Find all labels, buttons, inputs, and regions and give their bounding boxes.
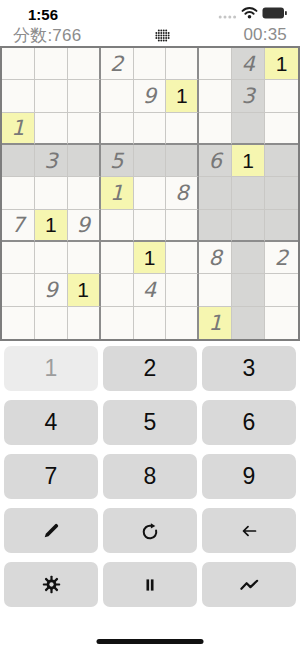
key-6[interactable]: 6 (202, 400, 296, 445)
user-digit: 1 (276, 52, 288, 76)
trend-icon (239, 578, 260, 592)
cell-r6c6[interactable] (166, 210, 199, 242)
key-label: 6 (243, 409, 256, 436)
given-digit: 1 (110, 181, 123, 205)
cell-r8c8[interactable] (232, 274, 265, 306)
cell-r5c7[interactable] (199, 177, 232, 209)
given-digit: 8 (175, 181, 188, 205)
cell-r1c4[interactable]: 2 (101, 48, 134, 80)
given-digit: 9 (77, 213, 90, 237)
cell-r8c5[interactable]: 4 (134, 274, 167, 306)
key-label: 7 (45, 463, 58, 490)
cell-r9c8[interactable] (232, 307, 265, 339)
cell-r6c9[interactable] (265, 210, 298, 242)
cell-r5c8[interactable] (232, 177, 265, 209)
settings-button[interactable] (4, 562, 98, 607)
given-digit: 2 (275, 246, 288, 270)
cell-r2c4[interactable] (101, 80, 134, 112)
redo-icon (140, 521, 160, 541)
keypad: 123456789 (0, 346, 300, 607)
cell-r5c3[interactable] (68, 177, 101, 209)
cell-r2c7[interactable] (199, 80, 232, 112)
cell-r1c6[interactable] (166, 48, 199, 80)
key-label: 9 (243, 463, 256, 490)
stats-button[interactable] (202, 562, 296, 607)
cell-r9c3[interactable] (68, 307, 101, 339)
given-digit: 9 (143, 84, 156, 108)
cell-r4c5[interactable] (134, 145, 167, 177)
cell-r9c5[interactable] (134, 307, 167, 339)
key-9[interactable]: 9 (202, 454, 296, 499)
notes-button[interactable] (4, 508, 98, 553)
cell-r7c3[interactable] (68, 242, 101, 274)
cell-r6c4[interactable] (101, 210, 134, 242)
cell-r2c2[interactable] (35, 80, 68, 112)
cell-r3c7[interactable] (199, 113, 232, 145)
cell-r5c9[interactable] (265, 177, 298, 209)
user-digit: 1 (77, 278, 89, 302)
key-3[interactable]: 3 (202, 346, 296, 391)
cell-r9c4[interactable] (101, 307, 134, 339)
status-bar: 1:56 (0, 0, 300, 24)
cell-r8c4[interactable] (101, 274, 134, 306)
cell-r4c1[interactable] (2, 145, 35, 177)
cell-r1c5[interactable] (134, 48, 167, 80)
home-indicator[interactable] (97, 639, 204, 644)
given-digit: 6 (209, 149, 222, 173)
given-digit: 1 (11, 116, 24, 140)
cell-r3c9[interactable] (265, 113, 298, 145)
cellular-signal-icon (218, 5, 237, 23)
cell-r9c9[interactable] (265, 307, 298, 339)
given-digit: 2 (110, 52, 123, 76)
wifi-icon (241, 5, 258, 23)
user-digit: 1 (45, 213, 57, 237)
cell-r8c2[interactable]: 9 (35, 274, 68, 306)
cell-r5c4[interactable]: 1 (101, 177, 134, 209)
cell-r5c5[interactable] (134, 177, 167, 209)
cell-r4c8[interactable]: 1 (232, 145, 265, 177)
key-7[interactable]: 7 (4, 454, 98, 499)
cell-r1c8[interactable]: 4 (232, 48, 265, 80)
cell-r2c3[interactable] (68, 80, 101, 112)
key-label: 5 (144, 409, 157, 436)
cell-r7c2[interactable] (35, 242, 68, 274)
key-label: 3 (243, 355, 256, 382)
user-digit: 1 (242, 149, 254, 173)
cell-r6c2[interactable]: 1 (35, 210, 68, 242)
key-label: 1 (45, 355, 58, 382)
cell-r3c6[interactable] (166, 113, 199, 145)
cell-r1c7[interactable] (199, 48, 232, 80)
given-digit: 8 (209, 246, 222, 270)
given-digit: 4 (241, 52, 254, 76)
cell-r2c5[interactable]: 9 (134, 80, 167, 112)
cell-r2c9[interactable] (265, 80, 298, 112)
given-digit: 7 (11, 213, 24, 237)
cell-r6c8[interactable] (232, 210, 265, 242)
pause-icon (142, 577, 158, 593)
sudoku-grid: 24191313561187191829141 (0, 46, 300, 341)
cell-r4c6[interactable] (166, 145, 199, 177)
cell-r8c6[interactable] (166, 274, 199, 306)
cell-r5c6[interactable]: 8 (166, 177, 199, 209)
cell-r1c2[interactable] (35, 48, 68, 80)
cell-r1c1[interactable] (2, 48, 35, 80)
cell-r2c1[interactable] (2, 80, 35, 112)
cell-r7c7[interactable]: 8 (199, 242, 232, 274)
cell-r3c5[interactable] (134, 113, 167, 145)
cell-r7c6[interactable] (166, 242, 199, 274)
score-label: 分数:766 (13, 24, 81, 47)
redo-button[interactable] (103, 508, 197, 553)
cell-r4c7[interactable]: 6 (199, 145, 232, 177)
user-digit: 1 (176, 84, 188, 108)
cell-r9c1[interactable] (2, 307, 35, 339)
given-digit: 9 (44, 278, 57, 302)
dots-grid-icon[interactable] (155, 29, 170, 42)
cell-r2c8[interactable]: 3 (232, 80, 265, 112)
given-digit: 1 (209, 311, 222, 335)
cell-r4c9[interactable] (265, 145, 298, 177)
cell-r8c3[interactable]: 1 (68, 274, 101, 306)
cell-r2c6[interactable]: 1 (166, 80, 199, 112)
user-digit: 1 (144, 246, 156, 270)
key-2[interactable]: 2 (103, 346, 197, 391)
cell-r1c9[interactable]: 1 (265, 48, 298, 80)
cell-r3c8[interactable] (232, 113, 265, 145)
cell-r9c6[interactable] (166, 307, 199, 339)
cell-r1c3[interactable] (68, 48, 101, 80)
cell-r7c9[interactable]: 2 (265, 242, 298, 274)
cell-r4c2[interactable]: 3 (35, 145, 68, 177)
timer: 00:35 (243, 25, 287, 45)
cell-r7c4[interactable] (101, 242, 134, 274)
gear-icon (42, 575, 61, 594)
cell-r3c4[interactable] (101, 113, 134, 145)
key-label: 8 (144, 463, 157, 490)
key-4[interactable]: 4 (4, 400, 98, 445)
key-label: 2 (144, 355, 157, 382)
battery-icon (262, 5, 287, 23)
pause-button[interactable] (103, 562, 197, 607)
cell-r8c9[interactable] (265, 274, 298, 306)
cell-r5c2[interactable] (35, 177, 68, 209)
pencil-icon (42, 521, 61, 540)
cell-r4c4[interactable]: 5 (101, 145, 134, 177)
back-arrow-icon (239, 521, 259, 541)
cell-r6c7[interactable] (199, 210, 232, 242)
cell-r7c8[interactable] (232, 242, 265, 274)
cell-r6c1[interactable]: 7 (2, 210, 35, 242)
given-digit: 5 (110, 149, 123, 173)
status-time: 1:56 (0, 6, 86, 23)
given-digit: 3 (241, 84, 254, 108)
cell-r4c3[interactable] (68, 145, 101, 177)
key-5[interactable]: 5 (103, 400, 197, 445)
cell-r3c3[interactable] (68, 113, 101, 145)
cell-r3c1[interactable]: 1 (2, 113, 35, 145)
status-icons (218, 5, 300, 23)
cell-r7c5[interactable]: 1 (134, 242, 167, 274)
cell-r9c7[interactable]: 1 (199, 307, 232, 339)
game-header: 分数:766 00:35 (0, 24, 300, 46)
cell-r8c7[interactable] (199, 274, 232, 306)
cell-r6c3[interactable]: 9 (68, 210, 101, 242)
cell-r7c1[interactable] (2, 242, 35, 274)
back-button[interactable] (202, 508, 296, 553)
cell-r5c1[interactable] (2, 177, 35, 209)
cell-r6c5[interactable] (134, 210, 167, 242)
cell-r9c2[interactable] (35, 307, 68, 339)
key-8[interactable]: 8 (103, 454, 197, 499)
given-digit: 3 (44, 149, 57, 173)
cell-r3c2[interactable] (35, 113, 68, 145)
sudoku-app: 1:56 分 (0, 0, 300, 649)
given-digit: 4 (143, 278, 156, 302)
key-1: 1 (4, 346, 98, 391)
key-label: 4 (45, 409, 58, 436)
cell-r8c1[interactable] (2, 274, 35, 306)
